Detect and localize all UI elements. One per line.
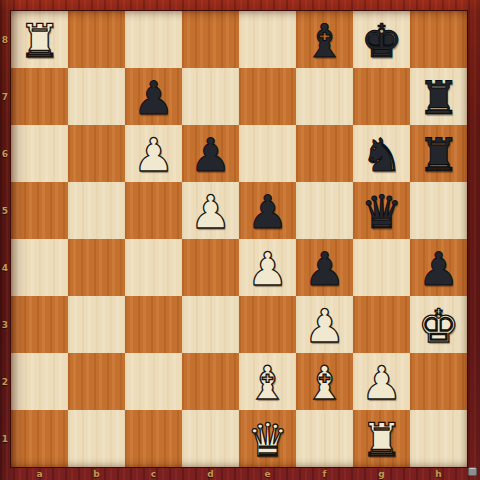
- square-g2[interactable]: ♟: [353, 353, 410, 410]
- piece-white-pawn[interactable]: ♟: [133, 132, 174, 178]
- square-e5[interactable]: ♟: [239, 182, 296, 239]
- rank-label-5: 5: [0, 182, 10, 239]
- piece-black-rook[interactable]: ♜: [418, 75, 459, 121]
- square-g1[interactable]: ♜: [353, 410, 410, 467]
- square-c4[interactable]: [125, 239, 182, 296]
- piece-white-king[interactable]: ♚: [418, 303, 459, 349]
- piece-white-pawn[interactable]: ♟: [247, 246, 288, 292]
- square-b3[interactable]: [68, 296, 125, 353]
- square-h6[interactable]: ♜: [410, 125, 467, 182]
- square-f4[interactable]: ♟: [296, 239, 353, 296]
- square-h5[interactable]: [410, 182, 467, 239]
- piece-white-queen[interactable]: ♛: [247, 417, 288, 463]
- square-h7[interactable]: ♜: [410, 68, 467, 125]
- square-b7[interactable]: [68, 68, 125, 125]
- piece-white-rook[interactable]: ♜: [19, 18, 60, 64]
- piece-black-pawn[interactable]: ♟: [247, 189, 288, 235]
- square-c3[interactable]: [125, 296, 182, 353]
- square-a1[interactable]: [11, 410, 68, 467]
- piece-white-pawn[interactable]: ♟: [361, 360, 402, 406]
- square-b2[interactable]: [68, 353, 125, 410]
- square-e4[interactable]: ♟: [239, 239, 296, 296]
- rank-label-1: 1: [0, 410, 10, 467]
- chess-app-window: ♜♝♚♟♜♟♟♞♜♟♟♛♟♟♟♟♚♝♝♟♛♜ 87654321 abcdefgh: [0, 0, 480, 480]
- square-d8[interactable]: [182, 11, 239, 68]
- rank-label-3: 3: [0, 296, 10, 353]
- square-h8[interactable]: [410, 11, 467, 68]
- piece-white-bishop[interactable]: ♝: [247, 360, 288, 406]
- square-f8[interactable]: ♝: [296, 11, 353, 68]
- square-f5[interactable]: [296, 182, 353, 239]
- square-g5[interactable]: ♛: [353, 182, 410, 239]
- piece-black-knight[interactable]: ♞: [361, 132, 402, 178]
- square-c7[interactable]: ♟: [125, 68, 182, 125]
- square-g8[interactable]: ♚: [353, 11, 410, 68]
- square-d5[interactable]: ♟: [182, 182, 239, 239]
- piece-white-pawn[interactable]: ♟: [190, 189, 231, 235]
- piece-white-bishop[interactable]: ♝: [304, 360, 345, 406]
- square-a6[interactable]: [11, 125, 68, 182]
- square-g3[interactable]: [353, 296, 410, 353]
- file-label-f: f: [296, 467, 353, 480]
- rank-label-6: 6: [0, 125, 10, 182]
- square-c6[interactable]: ♟: [125, 125, 182, 182]
- rank-label-2: 2: [0, 353, 10, 410]
- file-label-a: a: [11, 467, 68, 480]
- piece-black-pawn[interactable]: ♟: [418, 246, 459, 292]
- square-f6[interactable]: [296, 125, 353, 182]
- square-g6[interactable]: ♞: [353, 125, 410, 182]
- square-h3[interactable]: ♚: [410, 296, 467, 353]
- square-d1[interactable]: [182, 410, 239, 467]
- square-b6[interactable]: [68, 125, 125, 182]
- piece-black-queen[interactable]: ♛: [361, 189, 402, 235]
- rank-label-4: 4: [0, 239, 10, 296]
- piece-black-pawn[interactable]: ♟: [133, 75, 174, 121]
- square-b1[interactable]: [68, 410, 125, 467]
- square-c2[interactable]: [125, 353, 182, 410]
- square-e8[interactable]: [239, 11, 296, 68]
- square-h4[interactable]: ♟: [410, 239, 467, 296]
- square-f1[interactable]: [296, 410, 353, 467]
- file-label-b: b: [68, 467, 125, 480]
- square-d6[interactable]: ♟: [182, 125, 239, 182]
- square-c1[interactable]: [125, 410, 182, 467]
- square-a5[interactable]: [11, 182, 68, 239]
- piece-black-pawn[interactable]: ♟: [304, 246, 345, 292]
- square-g7[interactable]: [353, 68, 410, 125]
- square-h2[interactable]: [410, 353, 467, 410]
- square-e3[interactable]: [239, 296, 296, 353]
- corner-grip-icon: [468, 467, 477, 476]
- square-b5[interactable]: [68, 182, 125, 239]
- piece-black-bishop[interactable]: ♝: [304, 18, 345, 64]
- square-e1[interactable]: ♛: [239, 410, 296, 467]
- square-c8[interactable]: [125, 11, 182, 68]
- square-a7[interactable]: [11, 68, 68, 125]
- square-f2[interactable]: ♝: [296, 353, 353, 410]
- square-a3[interactable]: [11, 296, 68, 353]
- square-f3[interactable]: ♟: [296, 296, 353, 353]
- square-d2[interactable]: [182, 353, 239, 410]
- square-g4[interactable]: [353, 239, 410, 296]
- piece-white-pawn[interactable]: ♟: [304, 303, 345, 349]
- square-a8[interactable]: ♜: [11, 11, 68, 68]
- square-b8[interactable]: [68, 11, 125, 68]
- square-e7[interactable]: [239, 68, 296, 125]
- rank-label-7: 7: [0, 68, 10, 125]
- rank-label-8: 8: [0, 11, 10, 68]
- piece-black-pawn[interactable]: ♟: [190, 132, 231, 178]
- square-h1[interactable]: [410, 410, 467, 467]
- square-f7[interactable]: [296, 68, 353, 125]
- file-label-h: h: [410, 467, 467, 480]
- square-b4[interactable]: [68, 239, 125, 296]
- file-label-e: e: [239, 467, 296, 480]
- square-e6[interactable]: [239, 125, 296, 182]
- file-label-c: c: [125, 467, 182, 480]
- piece-white-rook[interactable]: ♜: [361, 417, 402, 463]
- chess-board: ♜♝♚♟♜♟♟♞♜♟♟♛♟♟♟♟♚♝♝♟♛♜: [10, 10, 468, 468]
- square-a2[interactable]: [11, 353, 68, 410]
- square-d3[interactable]: [182, 296, 239, 353]
- square-e2[interactable]: ♝: [239, 353, 296, 410]
- piece-black-king[interactable]: ♚: [361, 18, 402, 64]
- square-d4[interactable]: [182, 239, 239, 296]
- piece-black-rook[interactable]: ♜: [418, 132, 459, 178]
- file-label-d: d: [182, 467, 239, 480]
- file-label-g: g: [353, 467, 410, 480]
- square-d7[interactable]: [182, 68, 239, 125]
- square-a4[interactable]: [11, 239, 68, 296]
- square-c5[interactable]: [125, 182, 182, 239]
